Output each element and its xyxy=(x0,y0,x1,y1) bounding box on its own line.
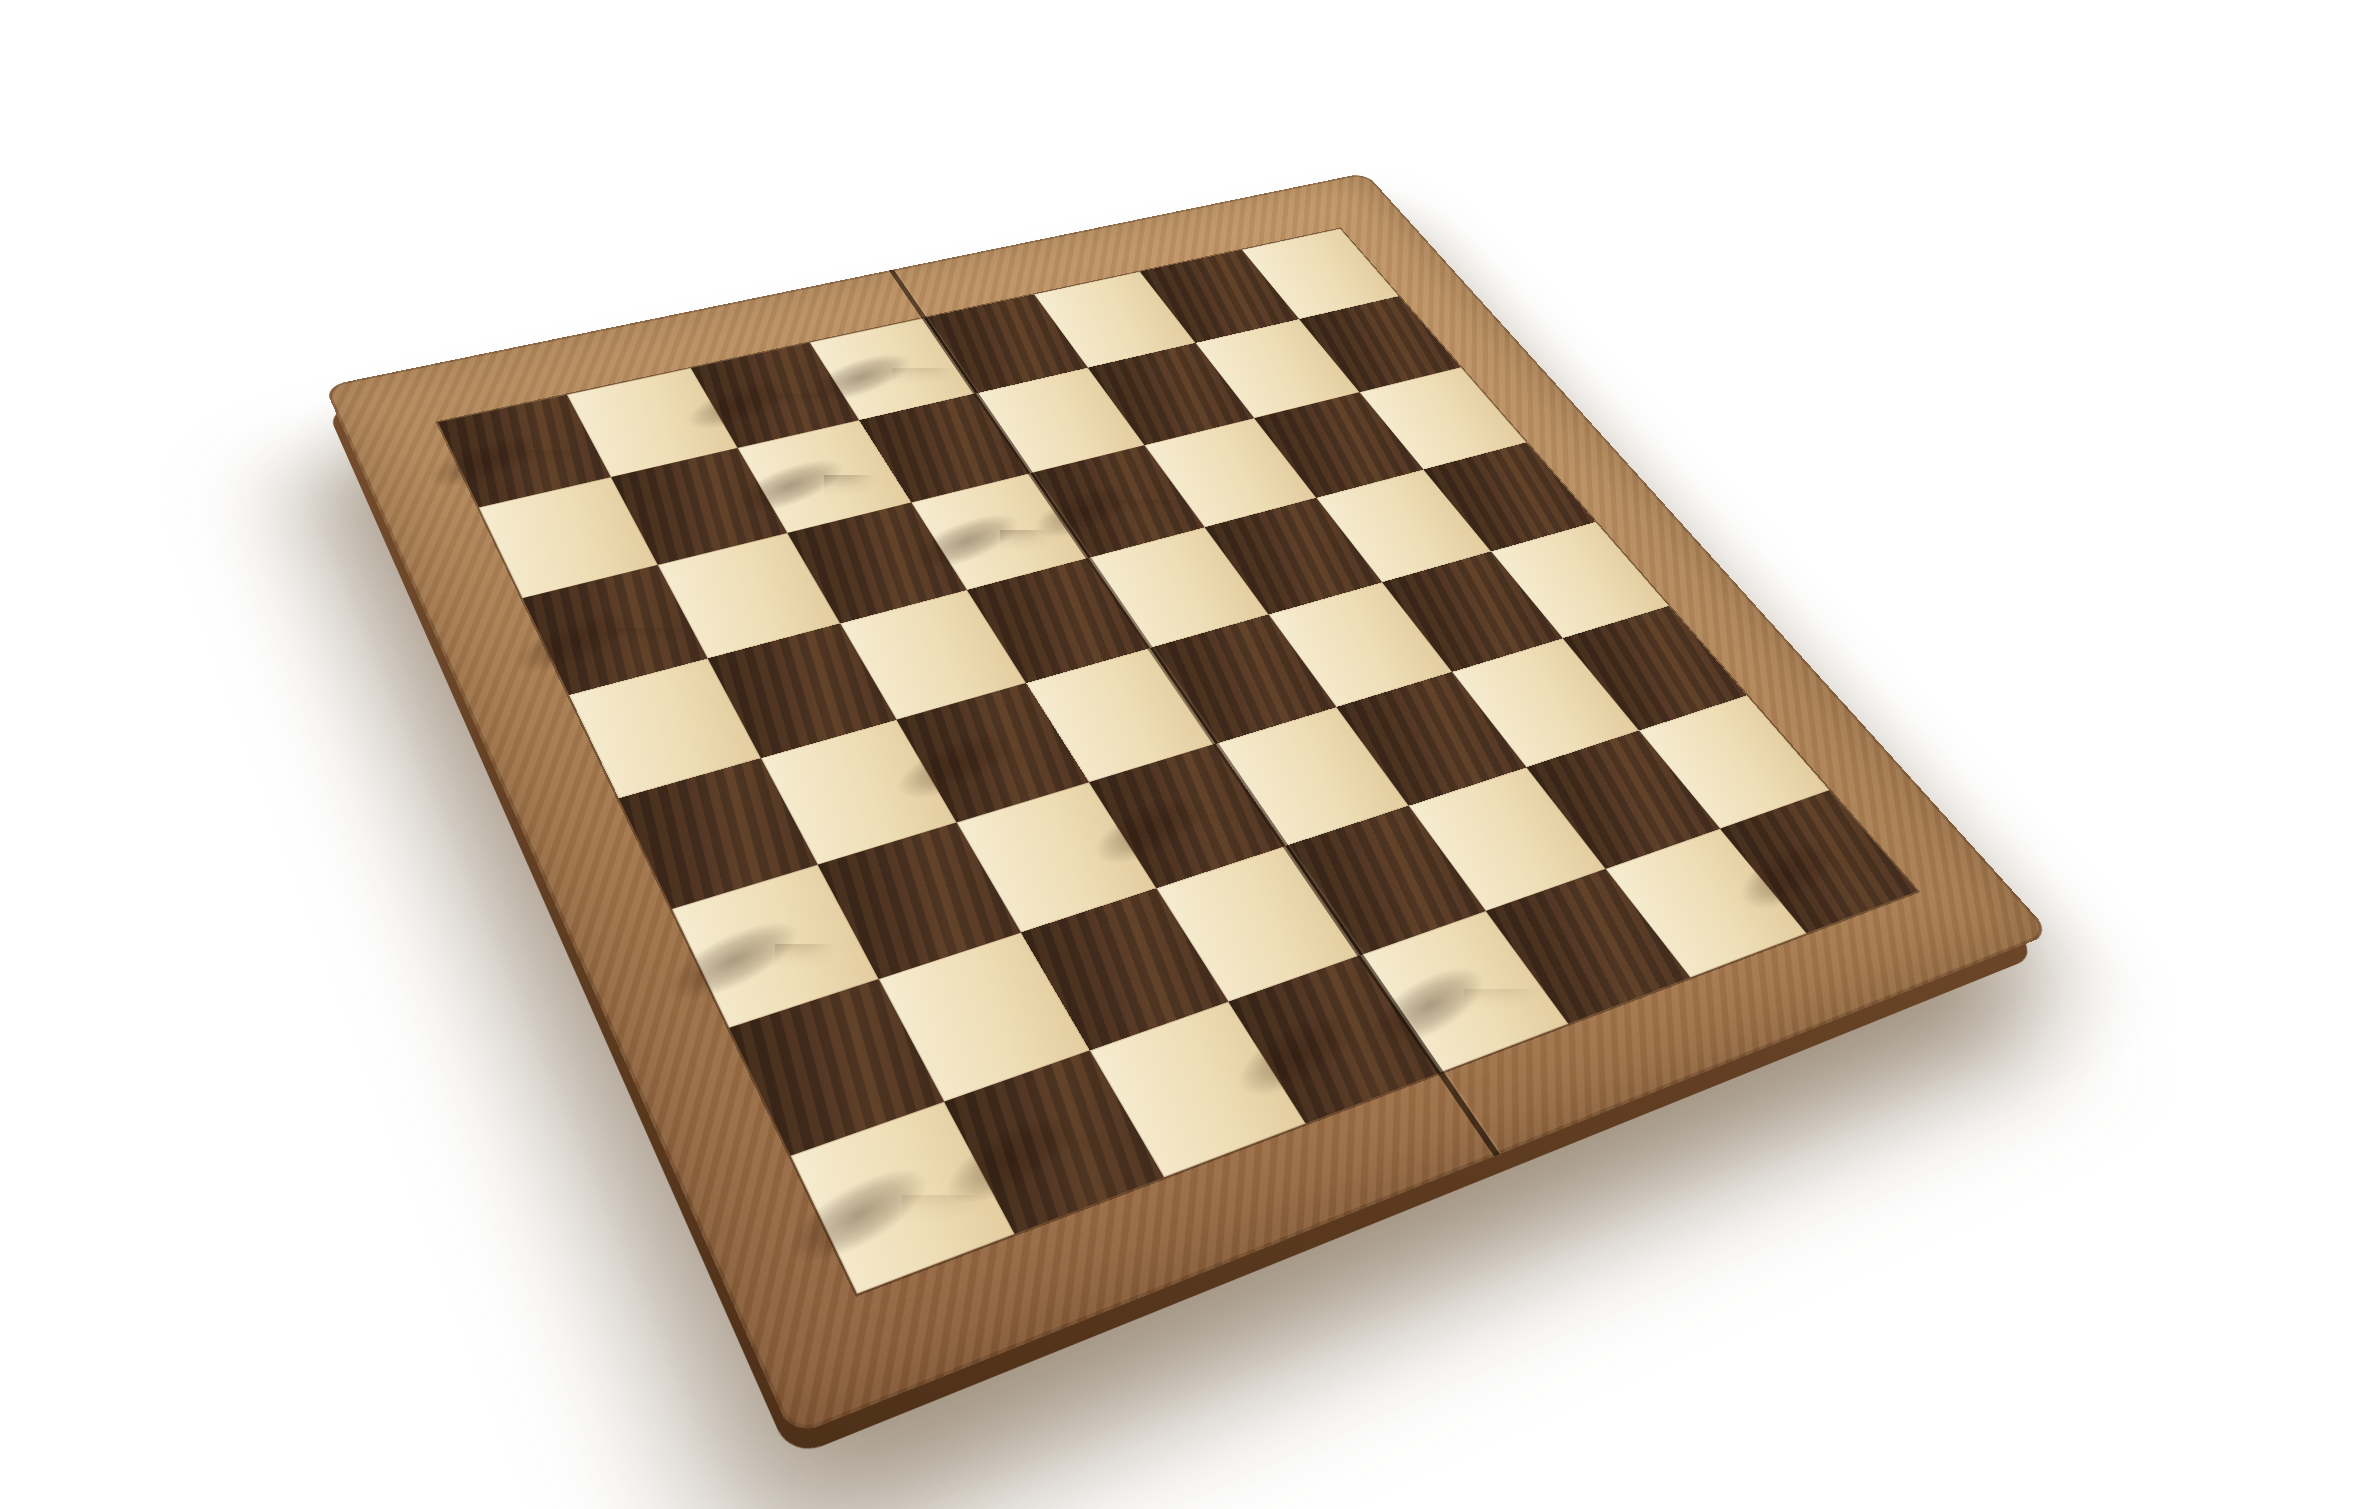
black-pawn-icon: ♟ xyxy=(750,330,898,495)
white-rook-icon: ♜ xyxy=(1713,652,1924,888)
board-square[interactable]: ♜ xyxy=(791,1102,1015,1294)
white-rook-icon: ♜ xyxy=(777,948,1028,1228)
chess-board: ♜♝♛♟♞♟♚♟♟♝♜♞♚♛♜ xyxy=(324,173,2051,1437)
playing-area: ♜♝♛♟♞♟♚♟♟♝♜♞♚♛♜ xyxy=(438,229,1918,1294)
board-square[interactable] xyxy=(1491,522,1669,638)
chess-photo-canvas: ♜♝♛♟♞♟♚♟♟♝♜♞♚♛♜ xyxy=(0,0,2362,1509)
white-king-icon: ♚ xyxy=(1166,707,1502,1082)
board-scene: ♜♝♛♟♞♟♚♟♟♝♜♞♚♛♜ xyxy=(0,0,2362,1509)
white-pawn-icon: ♟ xyxy=(911,592,1073,773)
board-square[interactable]: ♞ xyxy=(523,565,708,695)
black-pawn-icon: ♟ xyxy=(925,384,1074,550)
board-frame: ♜♝♛♟♞♟♚♟♟♝♜♞♚♛♜ xyxy=(324,173,2051,1437)
black-knight-icon: ♞ xyxy=(498,400,731,660)
